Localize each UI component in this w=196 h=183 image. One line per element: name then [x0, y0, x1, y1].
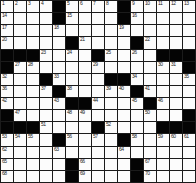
black-cell-r7c9 — [105, 74, 117, 85]
clue-number-54: 54 — [15, 134, 20, 139]
cell-r9c5[interactable]: 43 — [53, 98, 65, 109]
cell-r3c8[interactable] — [92, 25, 104, 36]
clue-number-60: 60 — [171, 134, 176, 139]
cell-r15c7[interactable]: 69 — [79, 171, 91, 182]
clue-number-43: 43 — [54, 98, 59, 103]
cell-r6c12[interactable] — [144, 62, 156, 73]
cell-r13c12[interactable] — [144, 147, 156, 158]
cell-r14c7[interactable]: 66 — [79, 159, 91, 170]
cell-r6c6[interactable] — [66, 62, 78, 73]
cell-r13c2[interactable] — [14, 147, 26, 158]
cell-r2c3[interactable] — [27, 13, 39, 24]
black-cell-r4c11 — [131, 37, 143, 48]
black-cell-r5c2 — [14, 50, 26, 61]
cell-r14c1[interactable]: 65 — [1, 159, 13, 170]
cell-r1c4[interactable]: 4 — [40, 1, 52, 12]
cell-r11c7[interactable] — [79, 122, 91, 133]
black-cell-r12c5 — [53, 134, 65, 145]
cell-r2c1[interactable]: 14 — [1, 13, 13, 24]
cell-r14c14[interactable] — [170, 159, 182, 170]
cell-r14c4[interactable] — [40, 159, 52, 170]
cell-r2c7[interactable] — [79, 13, 91, 24]
cell-r15c13[interactable] — [157, 171, 169, 182]
cell-r13c3[interactable] — [27, 147, 39, 158]
cell-r5c5[interactable] — [53, 50, 65, 61]
black-cell-r6c1 — [1, 62, 13, 73]
black-cell-r12c10 — [118, 134, 130, 145]
cell-r15c1[interactable]: 68 — [1, 171, 13, 182]
clue-number-3: 3 — [28, 1, 30, 6]
cell-r12c2[interactable]: 54 — [14, 134, 26, 145]
clue-number-19: 19 — [119, 25, 124, 30]
black-cell-r10c1 — [1, 110, 13, 121]
cell-r5c9[interactable]: 25 — [105, 50, 117, 61]
cell-r8c13[interactable] — [157, 86, 169, 97]
black-cell-r11c1 — [1, 122, 13, 133]
cell-r13c14[interactable] — [170, 147, 182, 158]
cell-r15c9[interactable] — [105, 171, 117, 182]
black-cell-r14c11 — [131, 159, 143, 170]
cell-r4c4[interactable] — [40, 37, 52, 48]
cell-r7c5[interactable]: 33 — [53, 74, 65, 85]
cell-r1c13[interactable]: 11 — [157, 1, 169, 12]
clue-number-14: 14 — [2, 13, 7, 18]
cell-r9c1[interactable]: 42 — [1, 98, 13, 109]
clue-number-2: 2 — [15, 1, 17, 6]
cell-r4c9[interactable] — [105, 37, 117, 48]
cell-r3c3[interactable] — [27, 25, 39, 36]
clue-number-35: 35 — [184, 74, 189, 79]
cell-r15c4[interactable] — [40, 171, 52, 182]
clue-number-66: 66 — [80, 159, 85, 164]
cell-r12c6[interactable]: 56 — [66, 134, 78, 145]
cell-r7c14[interactable] — [170, 74, 182, 85]
clue-number-20: 20 — [2, 37, 7, 42]
cell-r12c13[interactable]: 59 — [157, 134, 169, 145]
cell-r6c13[interactable]: 30 — [157, 62, 169, 73]
cell-r2c2[interactable] — [14, 13, 26, 24]
clue-number-39: 39 — [106, 86, 111, 91]
cell-r6c3[interactable]: 28 — [27, 62, 39, 73]
cell-r13c11[interactable] — [131, 147, 143, 158]
clue-number-15: 15 — [67, 13, 72, 18]
clue-number-46: 46 — [158, 98, 163, 103]
black-cell-r7c4 — [40, 74, 52, 85]
cell-r10c8[interactable] — [92, 110, 104, 121]
clue-number-41: 41 — [145, 86, 150, 91]
cell-r13c4[interactable] — [40, 147, 52, 158]
clue-number-1: 1 — [2, 1, 4, 6]
cell-r6c10[interactable] — [118, 62, 130, 73]
cell-r1c6[interactable]: 5 — [66, 1, 78, 12]
cell-r5c4[interactable]: 23 — [40, 50, 52, 61]
clue-number-12: 12 — [171, 1, 176, 6]
black-cell-r5c13 — [157, 50, 169, 61]
cell-r8c7[interactable] — [79, 86, 91, 97]
cell-r4c10[interactable] — [118, 37, 130, 48]
clue-number-49: 49 — [80, 110, 85, 115]
clue-number-57: 57 — [93, 134, 98, 139]
clue-number-48: 48 — [67, 110, 72, 115]
cell-r6c8[interactable]: 29 — [92, 62, 104, 73]
clue-number-36: 36 — [2, 86, 7, 91]
cell-r6c2[interactable]: 27 — [14, 62, 26, 73]
cell-r10c3[interactable] — [27, 110, 39, 121]
clue-number-6: 6 — [80, 1, 82, 6]
cell-r13c8[interactable] — [92, 147, 104, 158]
clue-number-18: 18 — [54, 25, 59, 30]
cell-r7c6[interactable] — [66, 74, 78, 85]
clue-number-59: 59 — [158, 134, 163, 139]
cell-r4c8[interactable] — [92, 37, 104, 48]
cell-r3c7[interactable] — [79, 25, 91, 36]
cell-r14c5[interactable] — [53, 159, 65, 170]
cell-r1c1[interactable]: 1 — [1, 1, 13, 12]
cell-r2c4[interactable] — [40, 13, 52, 24]
cell-r3c4[interactable] — [40, 25, 52, 36]
cell-r4c15[interactable] — [183, 37, 195, 48]
cell-r4c5[interactable] — [53, 37, 65, 48]
cell-r15c15[interactable] — [183, 171, 195, 182]
clue-number-55: 55 — [28, 134, 33, 139]
cell-r6c11[interactable] — [131, 62, 143, 73]
black-cell-r11c15 — [183, 122, 195, 133]
cell-r4c1[interactable]: 20 — [1, 37, 13, 48]
cell-r10c12[interactable]: 50 — [144, 110, 156, 121]
black-cell-r5c15 — [183, 50, 195, 61]
cell-r4c2[interactable] — [14, 37, 26, 48]
cell-r12c12[interactable] — [144, 134, 156, 145]
clue-number-42: 42 — [2, 98, 7, 103]
cell-r15c8[interactable] — [92, 171, 104, 182]
clue-number-40: 40 — [119, 86, 124, 91]
cell-r1c14[interactable]: 12 — [170, 1, 182, 12]
clue-number-33: 33 — [54, 74, 59, 79]
cell-r8c14[interactable] — [170, 86, 182, 97]
clue-number-23: 23 — [41, 50, 46, 55]
clue-number-63: 63 — [54, 147, 59, 152]
black-cell-r15c11 — [131, 171, 143, 182]
cell-r5c11[interactable]: 26 — [131, 50, 143, 61]
black-cell-r1c5 — [53, 1, 65, 12]
clue-number-22: 22 — [145, 37, 150, 42]
clue-number-31: 31 — [171, 62, 176, 67]
cell-r9c14[interactable] — [170, 98, 182, 109]
cell-r2c14[interactable] — [170, 13, 182, 24]
cell-r8c4[interactable]: 37 — [40, 86, 52, 97]
cell-r2c6[interactable]: 15 — [66, 13, 78, 24]
cell-r4c7[interactable]: 21 — [79, 37, 91, 48]
cell-r13c7[interactable] — [79, 147, 91, 158]
cell-r12c3[interactable]: 55 — [27, 134, 39, 145]
clue-number-53: 53 — [2, 134, 7, 139]
cell-r8c2[interactable] — [14, 86, 26, 97]
cell-r9c13[interactable]: 46 — [157, 98, 169, 109]
cell-r13c9[interactable] — [105, 147, 117, 158]
cell-r14c13[interactable] — [157, 159, 169, 170]
cell-r10c5[interactable] — [53, 110, 65, 121]
cell-r10c2[interactable]: 47 — [14, 110, 26, 121]
clue-number-11: 11 — [158, 1, 162, 6]
clue-number-32: 32 — [2, 74, 7, 79]
cell-r10c9[interactable] — [105, 110, 117, 121]
cell-r3c14[interactable] — [170, 25, 182, 36]
cell-r14c10[interactable] — [118, 159, 130, 170]
cell-r7c15[interactable]: 35 — [183, 74, 195, 85]
cell-r15c14[interactable] — [170, 171, 182, 182]
cell-r1c12[interactable]: 10 — [144, 1, 156, 12]
cell-r7c1[interactable]: 32 — [1, 74, 13, 85]
cell-r13c13[interactable] — [157, 147, 169, 158]
cell-r13c10[interactable]: 64 — [118, 147, 130, 158]
cell-r14c9[interactable] — [105, 159, 117, 170]
cell-r8c3[interactable] — [27, 86, 39, 97]
cell-r5c6[interactable]: 24 — [66, 50, 78, 61]
cell-r14c3[interactable] — [27, 159, 39, 170]
cell-r8c10[interactable]: 40 — [118, 86, 130, 97]
cell-r6c4[interactable] — [40, 62, 52, 73]
cell-r7c12[interactable] — [144, 74, 156, 85]
cell-r4c14[interactable] — [170, 37, 182, 48]
cell-r5c10[interactable] — [118, 50, 130, 61]
cell-r15c5[interactable] — [53, 171, 65, 182]
cell-r8c8[interactable] — [92, 86, 104, 97]
cell-r4c12[interactable]: 22 — [144, 37, 156, 48]
cell-r12c4[interactable] — [40, 134, 52, 145]
cell-r6c9[interactable] — [105, 62, 117, 73]
clue-number-27: 27 — [15, 62, 20, 67]
cell-r2c13[interactable] — [157, 13, 169, 24]
black-cell-r11c3 — [27, 122, 39, 133]
black-cell-r9c12 — [144, 98, 156, 109]
cell-r1c11[interactable]: 9 — [131, 1, 143, 12]
cell-r15c12[interactable]: 70 — [144, 171, 156, 182]
cell-r10c10[interactable] — [118, 110, 130, 121]
cell-r8c6[interactable]: 38 — [66, 86, 78, 97]
cell-r11c4[interactable]: 51 — [40, 122, 52, 133]
clue-number-17: 17 — [2, 25, 7, 30]
cell-r1c15[interactable]: 13 — [183, 1, 195, 12]
cell-r5c12[interactable] — [144, 50, 156, 61]
clue-number-64: 64 — [119, 147, 124, 152]
black-cell-r8c5 — [53, 86, 65, 97]
black-cell-r10c15 — [183, 110, 195, 121]
cell-r12c8[interactable]: 57 — [92, 134, 104, 145]
cell-r7c13[interactable] — [157, 74, 169, 85]
cell-r1c8[interactable]: 7 — [92, 1, 104, 12]
crossword-board: 1234567891011121314151617181920212223242… — [0, 0, 196, 183]
cell-r11c11[interactable] — [131, 122, 143, 133]
cell-r4c3[interactable] — [27, 37, 39, 48]
cell-r11c12[interactable] — [144, 122, 156, 133]
black-cell-r5c8 — [92, 50, 104, 61]
cell-r7c7[interactable] — [79, 74, 91, 85]
cell-r15c3[interactable] — [27, 171, 39, 182]
cell-r4c13[interactable] — [157, 37, 169, 48]
clue-number-68: 68 — [2, 171, 7, 176]
black-cell-r2c10 — [118, 13, 130, 24]
cell-r7c2[interactable] — [14, 74, 26, 85]
black-cell-r5c3 — [27, 50, 39, 61]
cell-r10c11[interactable] — [131, 110, 143, 121]
clue-number-21: 21 — [80, 37, 85, 42]
clue-number-9: 9 — [132, 1, 134, 6]
crossword-puzzle: 1234567891011121314151617181920212223242… — [0, 0, 196, 183]
clue-number-58: 58 — [132, 134, 137, 139]
cell-r13c6[interactable] — [66, 147, 78, 158]
clue-number-70: 70 — [145, 171, 150, 176]
cell-r9c15[interactable] — [183, 98, 195, 109]
cell-r1c7[interactable]: 6 — [79, 1, 91, 12]
cell-r5c7[interactable] — [79, 50, 91, 61]
clue-number-47: 47 — [15, 110, 20, 115]
cell-r10c14[interactable] — [170, 110, 182, 121]
cell-r1c2[interactable]: 2 — [14, 1, 26, 12]
cell-r12c1[interactable]: 53 — [1, 134, 13, 145]
clue-number-62: 62 — [2, 147, 7, 152]
clue-number-25: 25 — [106, 50, 111, 55]
cell-r15c2[interactable] — [14, 171, 26, 182]
black-cell-r9c6 — [66, 98, 78, 109]
cell-r14c15[interactable] — [183, 159, 195, 170]
cell-r1c9[interactable]: 8 — [105, 1, 117, 12]
black-cell-r5c1 — [1, 50, 13, 61]
black-cell-r2c5 — [53, 13, 65, 24]
cell-r13c5[interactable]: 63 — [53, 147, 65, 158]
cell-r9c11[interactable]: 45 — [131, 98, 143, 109]
cell-r11c5[interactable] — [53, 122, 65, 133]
clue-number-65: 65 — [2, 159, 7, 164]
clue-number-10: 10 — [145, 1, 150, 6]
clue-number-45: 45 — [132, 98, 137, 103]
cell-r2c15[interactable] — [183, 13, 195, 24]
cell-r9c10[interactable] — [118, 98, 130, 109]
clue-number-67: 67 — [145, 159, 150, 164]
cell-r8c15[interactable] — [183, 86, 195, 97]
clue-number-34: 34 — [132, 74, 137, 79]
cell-r11c9[interactable]: 52 — [105, 122, 117, 133]
clue-number-52: 52 — [106, 122, 111, 127]
cell-r12c14[interactable]: 60 — [170, 134, 182, 145]
cell-r8c1[interactable]: 36 — [1, 86, 13, 97]
black-cell-r14c6 — [66, 159, 78, 170]
clue-number-5: 5 — [67, 1, 69, 6]
black-cell-r4c6 — [66, 37, 78, 48]
clue-number-30: 30 — [158, 62, 163, 67]
cell-r3c10[interactable]: 19 — [118, 25, 130, 36]
cell-r2c8[interactable] — [92, 13, 104, 24]
cell-r14c12[interactable]: 67 — [144, 159, 156, 170]
clue-number-44: 44 — [93, 98, 98, 103]
cell-r11c10[interactable] — [118, 122, 130, 133]
clue-number-61: 61 — [184, 134, 189, 139]
cell-r9c4[interactable] — [40, 98, 52, 109]
cell-r15c10[interactable] — [118, 171, 130, 182]
cell-r12c7[interactable] — [79, 134, 91, 145]
cell-r3c12[interactable] — [144, 25, 156, 36]
cell-r6c7[interactable] — [79, 62, 91, 73]
cell-r9c2[interactable] — [14, 98, 26, 109]
clue-number-7: 7 — [93, 1, 95, 6]
cell-r1c3[interactable]: 3 — [27, 1, 39, 12]
cell-r14c8[interactable] — [92, 159, 104, 170]
clue-number-56: 56 — [67, 134, 72, 139]
cell-r3c15[interactable] — [183, 25, 195, 36]
clue-number-16: 16 — [132, 13, 137, 18]
cell-r9c8[interactable]: 44 — [92, 98, 104, 109]
cell-r9c3[interactable] — [27, 98, 39, 109]
black-cell-r9c7 — [79, 98, 91, 109]
black-cell-r8c11 — [131, 86, 143, 97]
black-cell-r1c10 — [118, 1, 130, 12]
cell-r2c12[interactable] — [144, 13, 156, 24]
cell-r6c14[interactable]: 31 — [170, 62, 182, 73]
clue-number-37: 37 — [41, 86, 46, 91]
clue-number-51: 51 — [41, 122, 46, 127]
clue-number-28: 28 — [28, 62, 33, 67]
cell-r9c9[interactable] — [105, 98, 117, 109]
cell-r6c5[interactable] — [53, 62, 65, 73]
cell-r10c6[interactable]: 48 — [66, 110, 78, 121]
clue-number-13: 13 — [184, 1, 189, 6]
black-cell-r11c8 — [92, 122, 104, 133]
cell-r10c13[interactable] — [157, 110, 169, 121]
cell-r3c11[interactable] — [131, 25, 143, 36]
black-cell-r11c14 — [170, 122, 182, 133]
clue-number-50: 50 — [145, 110, 150, 115]
black-cell-r7c10 — [118, 74, 130, 85]
black-cell-r6c15 — [183, 62, 195, 73]
cell-r3c2[interactable] — [14, 25, 26, 36]
cell-r11c6[interactable] — [66, 122, 78, 133]
cell-r10c7[interactable]: 49 — [79, 110, 91, 121]
cell-r7c11[interactable]: 34 — [131, 74, 143, 85]
clue-number-29: 29 — [93, 62, 98, 67]
clue-number-38: 38 — [67, 86, 72, 91]
cell-r3c5[interactable]: 18 — [53, 25, 65, 36]
black-cell-r11c13 — [157, 122, 169, 133]
clue-number-69: 69 — [80, 171, 85, 176]
cell-r2c11[interactable]: 16 — [131, 13, 143, 24]
cell-r12c11[interactable]: 58 — [131, 134, 143, 145]
clue-number-24: 24 — [67, 50, 72, 55]
cell-r8c9[interactable]: 39 — [105, 86, 117, 97]
black-cell-r5c14 — [170, 50, 182, 61]
clue-number-8: 8 — [106, 1, 108, 6]
black-cell-r11c2 — [14, 122, 26, 133]
cell-r12c9[interactable] — [105, 134, 117, 145]
cell-r7c3[interactable] — [27, 74, 39, 85]
cell-r14c2[interactable] — [14, 159, 26, 170]
clue-number-4: 4 — [41, 1, 43, 6]
cell-r13c1[interactable]: 62 — [1, 147, 13, 158]
cell-r7c8[interactable] — [92, 74, 104, 85]
cell-r8c12[interactable]: 41 — [144, 86, 156, 97]
cell-r12c15[interactable]: 61 — [183, 134, 195, 145]
black-cell-r15c6 — [66, 171, 78, 182]
cell-r10c4[interactable] — [40, 110, 52, 121]
cell-r3c6[interactable] — [66, 25, 78, 36]
cell-r3c9[interactable] — [105, 25, 117, 36]
clue-number-26: 26 — [132, 50, 137, 55]
cell-r3c1[interactable]: 17 — [1, 25, 13, 36]
cell-r3c13[interactable] — [157, 25, 169, 36]
cell-r2c9[interactable] — [105, 13, 117, 24]
cell-r13c15[interactable] — [183, 147, 195, 158]
